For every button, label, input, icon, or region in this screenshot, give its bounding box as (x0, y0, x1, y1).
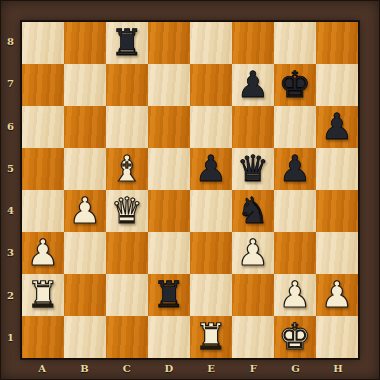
square-e2[interactable] (190, 274, 232, 316)
file-label-b: B (63, 360, 105, 380)
square-d5[interactable] (148, 148, 190, 190)
file-label-a: A (21, 360, 63, 380)
square-a7[interactable] (22, 64, 64, 106)
square-g1[interactable]: ♚ (274, 316, 316, 358)
square-f6[interactable] (232, 106, 274, 148)
square-c8[interactable]: ♜ (106, 22, 148, 64)
piece-white-rook[interactable]: ♜ (27, 274, 59, 316)
square-e7[interactable] (190, 64, 232, 106)
square-g6[interactable] (274, 106, 316, 148)
square-h7[interactable] (316, 64, 358, 106)
rank-label-6: 6 (0, 106, 21, 148)
piece-white-bishop[interactable]: ♝ (111, 148, 143, 190)
file-label-e: E (190, 360, 232, 380)
square-h8[interactable] (316, 22, 358, 64)
piece-white-pawn[interactable]: ♟ (27, 232, 59, 274)
square-a8[interactable] (22, 22, 64, 64)
file-label-h: H (317, 360, 359, 380)
square-d6[interactable] (148, 106, 190, 148)
file-label-c: C (106, 360, 148, 380)
square-g5[interactable]: ♟ (274, 148, 316, 190)
board-frame: ♜♟♚♟♝♟♛♟♟♛♞♟♟♜♜♟♟♜♚ 87654321ABCDEFGH (0, 0, 380, 380)
square-e5[interactable]: ♟ (190, 148, 232, 190)
piece-white-pawn[interactable]: ♟ (237, 232, 269, 274)
square-f2[interactable] (232, 274, 274, 316)
square-c6[interactable] (106, 106, 148, 148)
chess-board: ♜♟♚♟♝♟♛♟♟♛♞♟♟♜♜♟♟♜♚ (21, 21, 359, 359)
square-a6[interactable] (22, 106, 64, 148)
square-c5[interactable]: ♝ (106, 148, 148, 190)
piece-black-knight[interactable]: ♞ (237, 190, 269, 232)
file-label-f: F (232, 360, 274, 380)
square-f7[interactable]: ♟ (232, 64, 274, 106)
rank-label-1: 1 (0, 317, 21, 359)
square-h4[interactable] (316, 190, 358, 232)
square-d3[interactable] (148, 232, 190, 274)
square-f5[interactable]: ♛ (232, 148, 274, 190)
square-b4[interactable]: ♟ (64, 190, 106, 232)
square-c4[interactable]: ♛ (106, 190, 148, 232)
square-c2[interactable] (106, 274, 148, 316)
square-h3[interactable] (316, 232, 358, 274)
piece-white-king[interactable]: ♚ (279, 316, 311, 358)
square-b1[interactable] (64, 316, 106, 358)
square-a4[interactable] (22, 190, 64, 232)
rank-label-3: 3 (0, 232, 21, 274)
piece-black-pawn[interactable]: ♟ (237, 64, 269, 106)
square-b2[interactable] (64, 274, 106, 316)
square-b3[interactable] (64, 232, 106, 274)
square-h6[interactable]: ♟ (316, 106, 358, 148)
square-d2[interactable]: ♜ (148, 274, 190, 316)
square-g7[interactable]: ♚ (274, 64, 316, 106)
square-f8[interactable] (232, 22, 274, 64)
piece-white-pawn[interactable]: ♟ (279, 274, 311, 316)
square-a3[interactable]: ♟ (22, 232, 64, 274)
square-h2[interactable]: ♟ (316, 274, 358, 316)
piece-black-pawn[interactable]: ♟ (279, 148, 311, 190)
square-b5[interactable] (64, 148, 106, 190)
rank-label-7: 7 (0, 63, 21, 105)
file-label-d: D (148, 360, 190, 380)
piece-white-queen[interactable]: ♛ (111, 190, 143, 232)
square-f3[interactable]: ♟ (232, 232, 274, 274)
square-g4[interactable] (274, 190, 316, 232)
piece-black-king[interactable]: ♚ (279, 64, 311, 106)
square-d8[interactable] (148, 22, 190, 64)
square-e6[interactable] (190, 106, 232, 148)
rank-label-5: 5 (0, 148, 21, 190)
square-b7[interactable] (64, 64, 106, 106)
square-g8[interactable] (274, 22, 316, 64)
square-e8[interactable] (190, 22, 232, 64)
piece-black-pawn[interactable]: ♟ (321, 106, 353, 148)
square-a2[interactable]: ♜ (22, 274, 64, 316)
square-a1[interactable] (22, 316, 64, 358)
square-h5[interactable] (316, 148, 358, 190)
square-h1[interactable] (316, 316, 358, 358)
square-b8[interactable] (64, 22, 106, 64)
square-d4[interactable] (148, 190, 190, 232)
square-c7[interactable] (106, 64, 148, 106)
square-f4[interactable]: ♞ (232, 190, 274, 232)
square-g2[interactable]: ♟ (274, 274, 316, 316)
piece-white-pawn[interactable]: ♟ (69, 190, 101, 232)
square-e1[interactable]: ♜ (190, 316, 232, 358)
rank-label-4: 4 (0, 190, 21, 232)
rank-label-8: 8 (0, 21, 21, 63)
piece-black-pawn[interactable]: ♟ (195, 148, 227, 190)
piece-black-rook[interactable]: ♜ (111, 22, 143, 64)
square-e4[interactable] (190, 190, 232, 232)
square-d7[interactable] (148, 64, 190, 106)
square-a5[interactable] (22, 148, 64, 190)
square-c3[interactable] (106, 232, 148, 274)
piece-white-pawn[interactable]: ♟ (321, 274, 353, 316)
square-f1[interactable] (232, 316, 274, 358)
square-g3[interactable] (274, 232, 316, 274)
rank-label-2: 2 (0, 275, 21, 317)
piece-white-rook[interactable]: ♜ (195, 316, 227, 358)
file-label-g: G (275, 360, 317, 380)
piece-black-queen[interactable]: ♛ (237, 148, 269, 190)
piece-black-rook[interactable]: ♜ (153, 274, 185, 316)
square-d1[interactable] (148, 316, 190, 358)
square-c1[interactable] (106, 316, 148, 358)
square-e3[interactable] (190, 232, 232, 274)
square-b6[interactable] (64, 106, 106, 148)
